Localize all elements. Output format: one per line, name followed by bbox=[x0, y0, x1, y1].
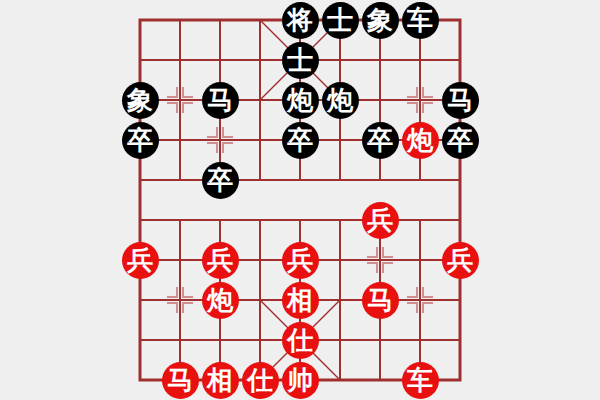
point-marker bbox=[367, 247, 393, 273]
piece-black-advisor[interactable]: 士 bbox=[282, 42, 319, 79]
piece-black-soldier[interactable]: 卒 bbox=[202, 162, 239, 199]
piece-black-soldier[interactable]: 卒 bbox=[282, 122, 319, 159]
piece-black-elephant[interactable]: 象 bbox=[122, 82, 159, 119]
piece-red-soldier[interactable]: 兵 bbox=[282, 242, 319, 279]
piece-red-chariot[interactable]: 车 bbox=[402, 362, 439, 399]
piece-black-soldier[interactable]: 卒 bbox=[362, 122, 399, 159]
point-marker bbox=[207, 127, 233, 153]
piece-black-chariot[interactable]: 车 bbox=[402, 2, 439, 39]
pieces-layer: 将士象车士象马炮炮马卒卒卒炮卒卒兵兵兵兵兵炮相马仕马相仕帅车 bbox=[120, 0, 480, 400]
point-marker bbox=[407, 287, 433, 313]
piece-red-soldier[interactable]: 兵 bbox=[362, 202, 399, 239]
xiangqi-board[interactable]: 将士象车士象马炮炮马卒卒卒炮卒卒兵兵兵兵兵炮相马仕马相仕帅车 bbox=[0, 0, 600, 400]
piece-red-elephant[interactable]: 相 bbox=[282, 282, 319, 319]
point-marker bbox=[407, 87, 433, 113]
piece-black-general[interactable]: 将 bbox=[282, 2, 319, 39]
piece-red-cannon[interactable]: 炮 bbox=[202, 282, 239, 319]
piece-black-horse[interactable]: 马 bbox=[442, 82, 479, 119]
piece-red-horse[interactable]: 马 bbox=[362, 282, 399, 319]
piece-red-horse[interactable]: 马 bbox=[162, 362, 199, 399]
piece-black-cannon[interactable]: 炮 bbox=[322, 82, 359, 119]
point-marker bbox=[167, 287, 193, 313]
piece-red-advisor[interactable]: 仕 bbox=[282, 322, 319, 359]
piece-red-soldier[interactable]: 兵 bbox=[442, 242, 479, 279]
piece-red-elephant[interactable]: 相 bbox=[202, 362, 239, 399]
piece-red-soldier[interactable]: 兵 bbox=[202, 242, 239, 279]
piece-red-cannon[interactable]: 炮 bbox=[402, 122, 439, 159]
piece-red-general[interactable]: 帅 bbox=[282, 362, 319, 399]
piece-black-horse[interactable]: 马 bbox=[202, 82, 239, 119]
piece-black-advisor[interactable]: 士 bbox=[322, 2, 359, 39]
piece-red-advisor[interactable]: 仕 bbox=[242, 362, 279, 399]
piece-black-soldier[interactable]: 卒 bbox=[122, 122, 159, 159]
point-marker bbox=[167, 87, 193, 113]
piece-red-soldier[interactable]: 兵 bbox=[122, 242, 159, 279]
piece-black-cannon[interactable]: 炮 bbox=[282, 82, 319, 119]
piece-black-soldier[interactable]: 卒 bbox=[442, 122, 479, 159]
piece-black-elephant[interactable]: 象 bbox=[362, 2, 399, 39]
